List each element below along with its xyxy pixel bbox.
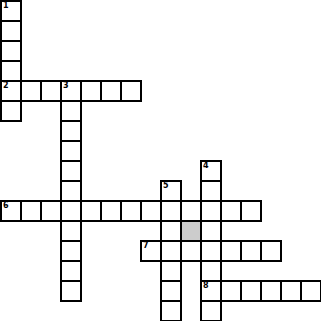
grid-cell[interactable]	[180, 240, 202, 262]
grid-cell[interactable]	[280, 280, 302, 302]
grid-cell[interactable]	[140, 240, 162, 262]
grid-cell[interactable]	[160, 300, 182, 321]
grid-cell[interactable]	[60, 160, 82, 182]
grid-cell[interactable]	[80, 80, 102, 102]
grid-cell[interactable]	[0, 0, 22, 22]
grid-cell[interactable]	[220, 200, 242, 222]
grid-cell[interactable]	[200, 220, 222, 242]
selected-cell[interactable]	[180, 220, 202, 242]
grid-cell[interactable]	[0, 200, 22, 222]
grid-cell[interactable]	[40, 80, 62, 102]
grid-cell[interactable]	[160, 220, 182, 242]
grid-cell[interactable]	[60, 100, 82, 122]
grid-cell[interactable]	[260, 280, 282, 302]
grid-cell[interactable]	[200, 180, 222, 202]
grid-cell[interactable]	[200, 280, 222, 302]
grid-cell[interactable]	[200, 200, 222, 222]
grid-cell[interactable]	[0, 80, 22, 102]
grid-cell[interactable]	[180, 200, 202, 222]
grid-cell[interactable]	[200, 300, 222, 321]
grid-cell[interactable]	[240, 240, 262, 262]
grid-cell[interactable]	[60, 220, 82, 242]
grid-cell[interactable]	[200, 240, 222, 262]
grid-cell[interactable]	[120, 200, 142, 222]
crossword-board: 12345678	[0, 0, 321, 321]
grid-cell[interactable]	[140, 200, 162, 222]
grid-cell[interactable]	[220, 280, 242, 302]
grid-cell[interactable]	[60, 200, 82, 222]
grid-cell[interactable]	[100, 80, 122, 102]
grid-cell[interactable]	[0, 60, 22, 82]
grid-cell[interactable]	[0, 40, 22, 62]
grid-cell[interactable]	[40, 200, 62, 222]
grid-cell[interactable]	[0, 100, 22, 122]
grid-cell[interactable]	[120, 80, 142, 102]
grid-cell[interactable]	[20, 200, 42, 222]
grid-cell[interactable]	[60, 240, 82, 262]
grid-cell[interactable]	[60, 80, 82, 102]
grid-cell[interactable]	[220, 240, 242, 262]
grid-cell[interactable]	[240, 280, 262, 302]
grid-cell[interactable]	[160, 260, 182, 282]
grid-cell[interactable]	[200, 160, 222, 182]
grid-cell[interactable]	[60, 260, 82, 282]
grid-cell[interactable]	[20, 80, 42, 102]
grid-cell[interactable]	[240, 200, 262, 222]
grid-cell[interactable]	[60, 120, 82, 142]
grid-cell[interactable]	[260, 240, 282, 262]
grid-cell[interactable]	[60, 140, 82, 162]
grid-cell[interactable]	[160, 240, 182, 262]
grid-cell[interactable]	[200, 260, 222, 282]
grid-cell[interactable]	[160, 180, 182, 202]
grid-cell[interactable]	[60, 180, 82, 202]
grid-cell[interactable]	[160, 280, 182, 302]
grid-cell[interactable]	[60, 280, 82, 302]
grid-cell[interactable]	[300, 280, 321, 302]
grid-cell[interactable]	[80, 200, 102, 222]
grid-cell[interactable]	[160, 200, 182, 222]
grid-cell[interactable]	[100, 200, 122, 222]
grid-cell[interactable]	[0, 20, 22, 42]
